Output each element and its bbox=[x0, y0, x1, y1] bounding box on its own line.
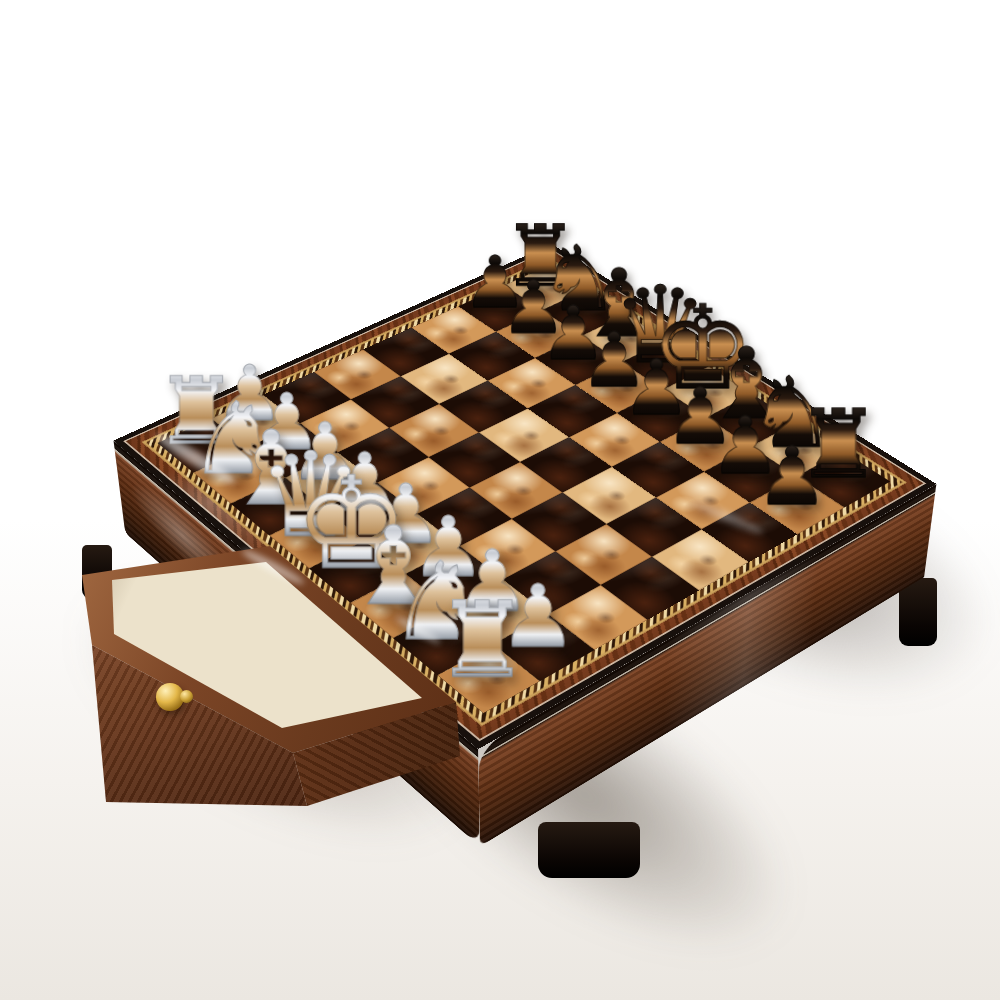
storage-drawer[interactable] bbox=[60, 520, 500, 820]
square-h7[interactable]: ♟ bbox=[750, 477, 845, 535]
chess-set-photo: ♜♞♝♛♚♝♞♜♟♟♟♟♟♟♟♟♟♟♟♟♟♟♟♟♜♞♝♛♚♝♞♜ bbox=[0, 0, 1000, 1000]
drawer-gold-knob[interactable] bbox=[156, 683, 184, 711]
black-pawn-h7[interactable]: ♟ bbox=[756, 438, 828, 514]
board-3d-scene: ♜♞♝♛♚♝♞♜♟♟♟♟♟♟♟♟♟♟♟♟♟♟♟♟♜♞♝♛♚♝♞♜ bbox=[0, 0, 1000, 1000]
